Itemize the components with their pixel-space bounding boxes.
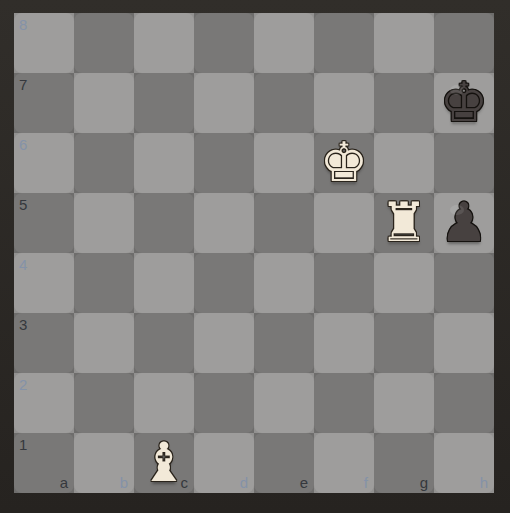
square-c1[interactable]: c♝: [134, 433, 194, 493]
square-a4[interactable]: 4: [14, 253, 74, 313]
square-c7[interactable]: [134, 73, 194, 133]
square-d4[interactable]: [194, 253, 254, 313]
rank-label-6: 6: [19, 137, 27, 152]
square-g6[interactable]: [374, 133, 434, 193]
square-b4[interactable]: [74, 253, 134, 313]
board-frame: 87♚6♚5♜♟4321abc♝defgh: [0, 0, 510, 513]
square-b1[interactable]: b: [74, 433, 134, 493]
rank-label-1: 1: [19, 437, 27, 452]
square-d1[interactable]: d: [194, 433, 254, 493]
file-label-g: g: [420, 475, 428, 490]
square-c8[interactable]: [134, 13, 194, 73]
rank-label-7: 7: [19, 77, 27, 92]
square-e1[interactable]: e: [254, 433, 314, 493]
square-d6[interactable]: [194, 133, 254, 193]
piece-black-king[interactable]: ♚: [434, 73, 494, 133]
file-label-d: d: [240, 475, 248, 490]
file-label-f: f: [364, 475, 368, 490]
square-f3[interactable]: [314, 313, 374, 373]
square-f2[interactable]: [314, 373, 374, 433]
square-a7[interactable]: 7: [14, 73, 74, 133]
square-e4[interactable]: [254, 253, 314, 313]
square-h1[interactable]: h: [434, 433, 494, 493]
square-f7[interactable]: [314, 73, 374, 133]
square-f4[interactable]: [314, 253, 374, 313]
square-f1[interactable]: f: [314, 433, 374, 493]
square-g8[interactable]: [374, 13, 434, 73]
square-g2[interactable]: [374, 373, 434, 433]
square-c3[interactable]: [134, 313, 194, 373]
square-h6[interactable]: [434, 133, 494, 193]
square-c5[interactable]: [134, 193, 194, 253]
square-g4[interactable]: [374, 253, 434, 313]
square-b8[interactable]: [74, 13, 134, 73]
file-label-b: b: [120, 475, 128, 490]
square-e2[interactable]: [254, 373, 314, 433]
piece-white-bishop[interactable]: ♝: [134, 433, 194, 493]
rank-label-3: 3: [19, 317, 27, 332]
square-h7[interactable]: ♚: [434, 73, 494, 133]
square-e6[interactable]: [254, 133, 314, 193]
square-c6[interactable]: [134, 133, 194, 193]
square-h2[interactable]: [434, 373, 494, 433]
square-a6[interactable]: 6: [14, 133, 74, 193]
square-f8[interactable]: [314, 13, 374, 73]
file-label-e: e: [300, 475, 308, 490]
square-g1[interactable]: g: [374, 433, 434, 493]
rank-label-8: 8: [19, 17, 27, 32]
square-h3[interactable]: [434, 313, 494, 373]
rank-label-2: 2: [19, 377, 27, 392]
square-g3[interactable]: [374, 313, 434, 373]
square-a5[interactable]: 5: [14, 193, 74, 253]
square-b3[interactable]: [74, 313, 134, 373]
square-f6[interactable]: ♚: [314, 133, 374, 193]
square-e3[interactable]: [254, 313, 314, 373]
file-label-a: a: [60, 475, 68, 490]
piece-white-rook[interactable]: ♜: [374, 193, 434, 253]
square-c2[interactable]: [134, 373, 194, 433]
square-b7[interactable]: [74, 73, 134, 133]
square-d7[interactable]: [194, 73, 254, 133]
square-d3[interactable]: [194, 313, 254, 373]
piece-black-pawn[interactable]: ♟: [434, 193, 494, 253]
square-d5[interactable]: [194, 193, 254, 253]
square-a2[interactable]: 2: [14, 373, 74, 433]
square-c4[interactable]: [134, 253, 194, 313]
piece-white-king[interactable]: ♚: [314, 133, 374, 193]
file-label-h: h: [480, 475, 488, 490]
square-h8[interactable]: [434, 13, 494, 73]
square-g7[interactable]: [374, 73, 434, 133]
chess-board: 87♚6♚5♜♟4321abc♝defgh: [14, 13, 494, 493]
square-e7[interactable]: [254, 73, 314, 133]
square-d8[interactable]: [194, 13, 254, 73]
square-a3[interactable]: 3: [14, 313, 74, 373]
square-f5[interactable]: [314, 193, 374, 253]
rank-label-4: 4: [19, 257, 27, 272]
square-g5[interactable]: ♜: [374, 193, 434, 253]
square-a1[interactable]: 1a: [14, 433, 74, 493]
square-b5[interactable]: [74, 193, 134, 253]
square-a8[interactable]: 8: [14, 13, 74, 73]
square-h5[interactable]: ♟: [434, 193, 494, 253]
square-h4[interactable]: [434, 253, 494, 313]
square-b2[interactable]: [74, 373, 134, 433]
square-d2[interactable]: [194, 373, 254, 433]
rank-label-5: 5: [19, 197, 27, 212]
square-e5[interactable]: [254, 193, 314, 253]
square-e8[interactable]: [254, 13, 314, 73]
square-b6[interactable]: [74, 133, 134, 193]
